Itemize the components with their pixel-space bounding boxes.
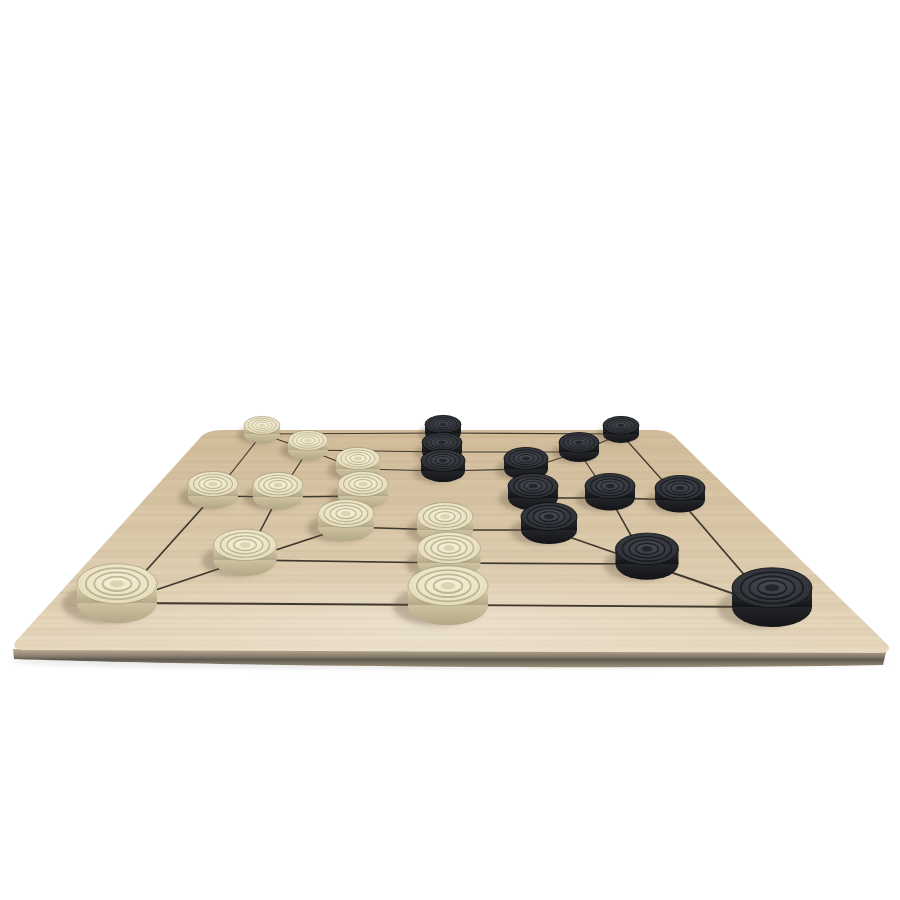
piece-center-dimple	[110, 580, 124, 587]
piece-center-dimple	[529, 484, 538, 489]
piece-g7-black[interactable]	[596, 416, 639, 444]
product-photo	[0, 0, 900, 900]
piece-center-dimple	[522, 456, 530, 460]
piece-center-dimple	[765, 584, 779, 591]
piece-center-dimple	[575, 441, 582, 445]
piece-center-dimple	[440, 423, 446, 426]
piece-center-dimple	[544, 514, 554, 519]
piece-center-dimple	[606, 484, 615, 489]
piece-center-dimple	[341, 511, 351, 516]
piece-center-dimple	[618, 424, 624, 427]
piece-center-dimple	[641, 546, 652, 552]
piece-center-dimple	[441, 582, 455, 589]
piece-center-dimple	[274, 483, 283, 488]
piece-center-dimple	[304, 439, 311, 443]
piece-center-dimple	[676, 486, 685, 491]
piece-center-dimple	[438, 441, 445, 445]
piece-center-dimple	[209, 482, 218, 487]
piece-center-dimple	[239, 542, 250, 548]
piece-center-dimple	[439, 458, 447, 462]
piece-center-dimple	[259, 424, 265, 427]
piece-a1-white[interactable]	[62, 564, 157, 624]
piece-center-dimple	[440, 514, 450, 519]
piece-center-dimple	[443, 545, 454, 551]
piece-center-dimple	[359, 482, 368, 487]
morabaraba-board-photo	[0, 0, 900, 900]
piece-a7-white[interactable]	[237, 416, 280, 444]
piece-center-dimple	[354, 456, 362, 460]
